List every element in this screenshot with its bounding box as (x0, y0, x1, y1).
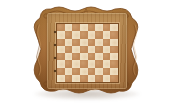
square-c5[interactable] (72, 46, 80, 53)
square-b7[interactable] (65, 31, 73, 38)
square-f7[interactable] (95, 31, 103, 38)
square-h2[interactable] (110, 68, 118, 75)
square-d4[interactable] (80, 53, 88, 60)
square-b2[interactable] (65, 68, 73, 75)
square-a2[interactable] (57, 68, 65, 75)
square-c3[interactable] (72, 60, 80, 67)
square-d5[interactable] (80, 46, 88, 53)
square-d3[interactable] (80, 60, 88, 67)
square-f3[interactable] (95, 60, 103, 67)
square-b6[interactable] (65, 39, 73, 46)
square-c1[interactable] (72, 75, 80, 82)
square-h4[interactable] (110, 53, 118, 60)
square-f1[interactable] (95, 75, 103, 82)
square-d1[interactable] (80, 75, 88, 82)
square-g7[interactable] (103, 31, 111, 38)
square-b5[interactable] (65, 46, 73, 53)
square-e5[interactable] (88, 46, 96, 53)
square-a3[interactable] (57, 60, 65, 67)
square-c7[interactable] (72, 31, 80, 38)
square-a8[interactable] (57, 24, 65, 31)
square-f6[interactable] (95, 39, 103, 46)
square-b3[interactable] (65, 60, 73, 67)
square-h7[interactable] (110, 31, 118, 38)
square-c2[interactable] (72, 68, 80, 75)
hinge-pin (54, 44, 56, 46)
square-d8[interactable] (80, 24, 88, 31)
square-e7[interactable] (88, 31, 96, 38)
square-g4[interactable] (103, 53, 111, 60)
square-a6[interactable] (57, 39, 65, 46)
hinge-pin (54, 70, 56, 72)
square-c8[interactable] (72, 24, 80, 31)
square-g8[interactable] (103, 24, 111, 31)
square-b8[interactable] (65, 24, 73, 31)
square-g5[interactable] (103, 46, 111, 53)
square-d2[interactable] (80, 68, 88, 75)
square-e1[interactable] (88, 75, 96, 82)
square-g1[interactable] (103, 75, 111, 82)
square-e6[interactable] (88, 39, 96, 46)
square-e3[interactable] (88, 60, 96, 67)
square-g2[interactable] (103, 68, 111, 75)
square-d6[interactable] (80, 39, 88, 46)
square-a5[interactable] (57, 46, 65, 53)
square-g6[interactable] (103, 39, 111, 46)
square-f5[interactable] (95, 46, 103, 53)
square-e2[interactable] (88, 68, 96, 75)
square-f2[interactable] (95, 68, 103, 75)
square-h8[interactable] (110, 24, 118, 31)
square-c6[interactable] (72, 39, 80, 46)
square-h1[interactable] (110, 75, 118, 82)
square-d7[interactable] (80, 31, 88, 38)
square-a7[interactable] (57, 31, 65, 38)
square-e4[interactable] (88, 53, 96, 60)
square-a1[interactable] (57, 75, 65, 82)
square-c4[interactable] (72, 53, 80, 60)
square-f4[interactable] (95, 53, 103, 60)
square-f8[interactable] (95, 24, 103, 31)
square-h6[interactable] (110, 39, 118, 46)
chess-board (56, 23, 119, 83)
square-b1[interactable] (65, 75, 73, 82)
hinge-pin (54, 57, 56, 59)
square-h3[interactable] (110, 60, 118, 67)
square-b4[interactable] (65, 53, 73, 60)
square-h5[interactable] (110, 46, 118, 53)
square-g3[interactable] (103, 60, 111, 67)
square-a4[interactable] (57, 53, 65, 60)
scene (0, 0, 175, 105)
square-e8[interactable] (88, 24, 96, 31)
hinge-pin (54, 31, 56, 33)
